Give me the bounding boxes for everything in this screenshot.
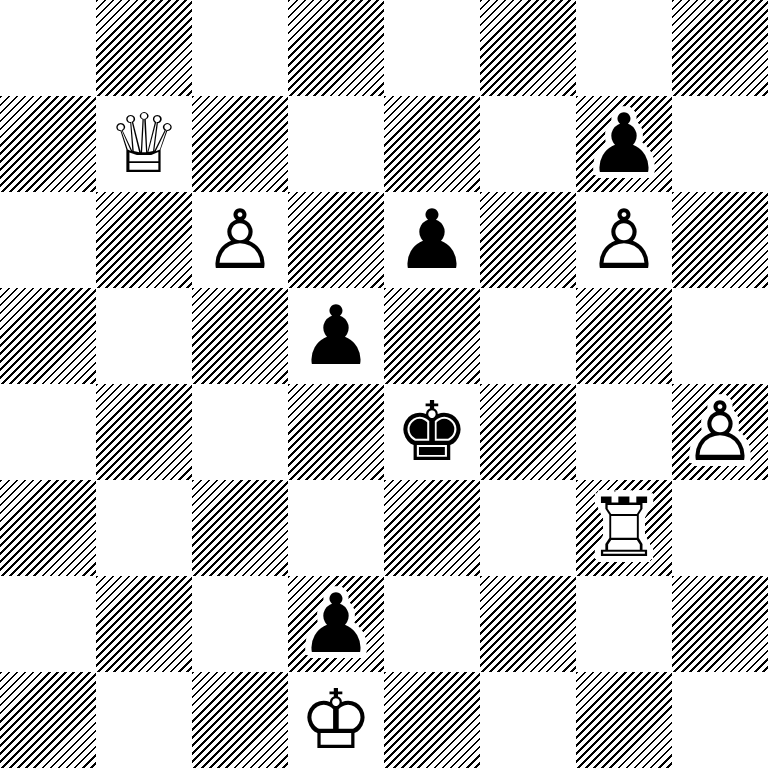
- chess-diagram: ♛♕♟♟♟♙♟♟♟♙♟♟♚♚♟♙♜♖♟♟♚♔: [0, 0, 768, 768]
- square-h3[interactable]: [672, 480, 768, 576]
- white-rook-icon: ♖: [587, 487, 661, 569]
- square-b3[interactable]: [96, 480, 192, 576]
- white-king-icon: ♔: [299, 679, 373, 761]
- piece-black-king-e4: ♚♚: [384, 384, 480, 480]
- square-c3[interactable]: [192, 480, 288, 576]
- piece-black-pawn-d2: ♟♟: [288, 576, 384, 672]
- square-c6[interactable]: ♟♙: [192, 192, 288, 288]
- square-f7[interactable]: [480, 96, 576, 192]
- square-a7[interactable]: [0, 96, 96, 192]
- square-a1[interactable]: [0, 672, 96, 768]
- black-pawn-icon: ♟: [395, 199, 469, 281]
- square-g1[interactable]: [576, 672, 672, 768]
- square-b1[interactable]: [96, 672, 192, 768]
- square-f4[interactable]: [480, 384, 576, 480]
- square-a5[interactable]: [0, 288, 96, 384]
- square-b8[interactable]: [96, 0, 192, 96]
- square-g2[interactable]: [576, 576, 672, 672]
- black-king-icon: ♚: [395, 391, 469, 473]
- square-e6[interactable]: ♟♟: [384, 192, 480, 288]
- square-h1[interactable]: [672, 672, 768, 768]
- square-e7[interactable]: [384, 96, 480, 192]
- square-c5[interactable]: [192, 288, 288, 384]
- white-pawn-icon: ♙: [587, 199, 661, 281]
- piece-white-pawn-c6: ♟♙: [192, 192, 288, 288]
- square-e8[interactable]: [384, 0, 480, 96]
- square-e3[interactable]: [384, 480, 480, 576]
- piece-white-pawn-h4: ♟♙: [672, 384, 768, 480]
- square-f3[interactable]: [480, 480, 576, 576]
- black-pawn-icon: ♟: [299, 295, 373, 377]
- square-a4[interactable]: [0, 384, 96, 480]
- square-b6[interactable]: [96, 192, 192, 288]
- square-h7[interactable]: [672, 96, 768, 192]
- square-a2[interactable]: [0, 576, 96, 672]
- square-h8[interactable]: [672, 0, 768, 96]
- square-h2[interactable]: [672, 576, 768, 672]
- piece-black-pawn-e6: ♟♟: [384, 192, 480, 288]
- square-c8[interactable]: [192, 0, 288, 96]
- square-e2[interactable]: [384, 576, 480, 672]
- square-g6[interactable]: ♟♙: [576, 192, 672, 288]
- square-a3[interactable]: [0, 480, 96, 576]
- white-pawn-icon: ♙: [683, 391, 757, 473]
- square-g3[interactable]: ♜♖: [576, 480, 672, 576]
- piece-white-rook-g3: ♜♖: [576, 480, 672, 576]
- square-f6[interactable]: [480, 192, 576, 288]
- square-e4[interactable]: ♚♚: [384, 384, 480, 480]
- square-b5[interactable]: [96, 288, 192, 384]
- square-e5[interactable]: [384, 288, 480, 384]
- square-b4[interactable]: [96, 384, 192, 480]
- square-d8[interactable]: [288, 0, 384, 96]
- square-c4[interactable]: [192, 384, 288, 480]
- black-pawn-icon: ♟: [299, 583, 373, 665]
- chess-board: ♛♕♟♟♟♙♟♟♟♙♟♟♚♚♟♙♜♖♟♟♚♔: [0, 0, 768, 768]
- square-g5[interactable]: [576, 288, 672, 384]
- square-d1[interactable]: ♚♔: [288, 672, 384, 768]
- white-pawn-icon: ♙: [203, 199, 277, 281]
- square-d5[interactable]: ♟♟: [288, 288, 384, 384]
- square-e1[interactable]: [384, 672, 480, 768]
- square-g8[interactable]: [576, 0, 672, 96]
- square-c2[interactable]: [192, 576, 288, 672]
- square-f1[interactable]: [480, 672, 576, 768]
- square-b2[interactable]: [96, 576, 192, 672]
- square-f2[interactable]: [480, 576, 576, 672]
- piece-white-pawn-g6: ♟♙: [576, 192, 672, 288]
- piece-white-king-d1: ♚♔: [288, 672, 384, 768]
- square-h6[interactable]: [672, 192, 768, 288]
- square-c1[interactable]: [192, 672, 288, 768]
- square-c7[interactable]: [192, 96, 288, 192]
- piece-black-pawn-d5: ♟♟: [288, 288, 384, 384]
- square-a8[interactable]: [0, 0, 96, 96]
- square-h4[interactable]: ♟♙: [672, 384, 768, 480]
- piece-black-pawn-g7: ♟♟: [576, 96, 672, 192]
- black-pawn-icon: ♟: [587, 103, 661, 185]
- square-a6[interactable]: [0, 192, 96, 288]
- square-d7[interactable]: [288, 96, 384, 192]
- square-g4[interactable]: [576, 384, 672, 480]
- square-f5[interactable]: [480, 288, 576, 384]
- square-d2[interactable]: ♟♟: [288, 576, 384, 672]
- white-queen-icon: ♕: [107, 103, 181, 185]
- square-h5[interactable]: [672, 288, 768, 384]
- square-d4[interactable]: [288, 384, 384, 480]
- piece-white-queen-b7: ♛♕: [96, 96, 192, 192]
- square-d6[interactable]: [288, 192, 384, 288]
- square-d3[interactable]: [288, 480, 384, 576]
- square-g7[interactable]: ♟♟: [576, 96, 672, 192]
- square-b7[interactable]: ♛♕: [96, 96, 192, 192]
- square-f8[interactable]: [480, 0, 576, 96]
